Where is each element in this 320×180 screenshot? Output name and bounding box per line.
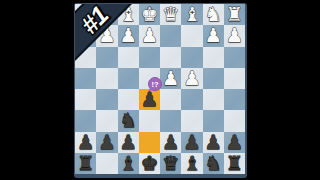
- piece-black-pawn-b7: ♟: [203, 132, 224, 153]
- square-f4: [118, 68, 139, 89]
- piece-black-king-e8: ♚: [139, 153, 160, 174]
- square-c8: ♝: [181, 153, 202, 174]
- piece-white-queen-d1: ♛: [160, 4, 181, 25]
- square-d2: [160, 25, 181, 46]
- piece-white-pawn-b2: ♟: [203, 25, 224, 46]
- square-h6: [75, 110, 96, 131]
- piece-white-bishop-c1: ♝: [181, 4, 202, 25]
- square-a4: [224, 68, 245, 89]
- square-h7: ♟: [75, 132, 96, 153]
- square-b8: ♞: [203, 153, 224, 174]
- piece-white-rook-a1: ♜: [224, 4, 245, 25]
- piece-white-pawn-c4: ♟: [181, 68, 202, 89]
- piece-black-rook-h8: ♜: [75, 153, 96, 174]
- square-a2: ♟: [224, 25, 245, 46]
- square-d7: ♟: [160, 132, 181, 153]
- square-b5: [203, 89, 224, 110]
- piece-black-pawn-e5: ♟: [139, 89, 160, 110]
- square-f6: ♞: [118, 110, 139, 131]
- square-e5: ♟: [139, 89, 160, 110]
- square-h8: ♜: [75, 153, 96, 174]
- square-h4: [75, 68, 96, 89]
- square-f5: [118, 89, 139, 110]
- square-d6: [160, 110, 181, 131]
- square-d3: [160, 47, 181, 68]
- square-g4: [96, 68, 117, 89]
- square-e6: [139, 110, 160, 131]
- square-c5: [181, 89, 202, 110]
- square-e8: ♚: [139, 153, 160, 174]
- move-annotation-badge: !?: [148, 77, 162, 91]
- square-c3: [181, 47, 202, 68]
- thumbnail-stage: ♜♞♝♚♛♝♞♜♟♟♟♟♟♟♟♟♟♞♟♟♟♟♟♟♟♜♝♚♛♝♞♜ #1 !?: [0, 0, 320, 180]
- square-c6: [181, 110, 202, 131]
- square-f7: ♟: [118, 132, 139, 153]
- square-e3: [139, 47, 160, 68]
- square-b6: [203, 110, 224, 131]
- piece-black-bishop-c8: ♝: [181, 153, 202, 174]
- square-b3: [203, 47, 224, 68]
- square-a6: [224, 110, 245, 131]
- piece-black-knight-f6: ♞: [118, 110, 139, 131]
- square-d4: ♟: [160, 68, 181, 89]
- square-a7: ♟: [224, 132, 245, 153]
- square-g5: [96, 89, 117, 110]
- move-annotation-text: !?: [151, 80, 158, 89]
- piece-black-pawn-f7: ♟: [118, 132, 139, 153]
- square-f8: ♝: [118, 153, 139, 174]
- piece-black-pawn-h7: ♟: [75, 132, 96, 153]
- square-g8: [96, 153, 117, 174]
- square-b4: [203, 68, 224, 89]
- square-d5: [160, 89, 181, 110]
- square-h5: [75, 89, 96, 110]
- square-a3: [224, 47, 245, 68]
- piece-black-queen-d8: ♛: [160, 153, 181, 174]
- piece-white-pawn-e2: ♟: [139, 25, 160, 46]
- square-d1: ♛: [160, 4, 181, 25]
- square-f3: [118, 47, 139, 68]
- piece-white-pawn-a2: ♟: [224, 25, 245, 46]
- square-g6: [96, 110, 117, 131]
- piece-black-knight-b8: ♞: [203, 153, 224, 174]
- square-b2: ♟: [203, 25, 224, 46]
- piece-white-king-e1: ♚: [139, 4, 160, 25]
- piece-black-pawn-d7: ♟: [160, 132, 181, 153]
- square-d8: ♛: [160, 153, 181, 174]
- piece-white-pawn-f2: ♟: [118, 25, 139, 46]
- square-f2: ♟: [118, 25, 139, 46]
- square-a1: ♜: [224, 4, 245, 25]
- square-c4: ♟: [181, 68, 202, 89]
- piece-black-pawn-g7: ♟: [96, 132, 117, 153]
- piece-black-pawn-c7: ♟: [181, 132, 202, 153]
- square-b7: ♟: [203, 132, 224, 153]
- square-a5: [224, 89, 245, 110]
- square-b1: ♞: [203, 4, 224, 25]
- square-e2: ♟: [139, 25, 160, 46]
- piece-black-rook-a8: ♜: [224, 153, 245, 174]
- square-e7: [139, 132, 160, 153]
- piece-white-pawn-d4: ♟: [160, 68, 181, 89]
- square-g7: ♟: [96, 132, 117, 153]
- square-a8: ♜: [224, 153, 245, 174]
- square-g3: [96, 47, 117, 68]
- piece-white-knight-b1: ♞: [203, 4, 224, 25]
- square-e1: ♚: [139, 4, 160, 25]
- square-c7: ♟: [181, 132, 202, 153]
- piece-black-pawn-a7: ♟: [224, 132, 245, 153]
- square-c2: [181, 25, 202, 46]
- square-c1: ♝: [181, 4, 202, 25]
- piece-black-bishop-f8: ♝: [118, 153, 139, 174]
